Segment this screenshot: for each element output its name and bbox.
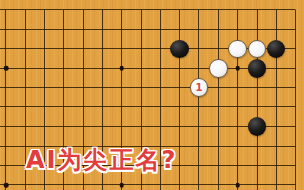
board-intersection <box>16 39 35 58</box>
board-intersection <box>0 136 16 155</box>
board-intersection <box>247 0 266 19</box>
board-intersection <box>286 39 304 58</box>
board-intersection <box>247 97 266 116</box>
board-intersection <box>286 136 304 155</box>
board-intersection <box>228 20 247 39</box>
board-intersection <box>286 117 304 136</box>
board-intersection <box>209 20 228 39</box>
board-intersection <box>0 156 16 175</box>
board-intersection <box>93 20 112 39</box>
board-intersection <box>267 78 286 97</box>
board-intersection <box>35 78 54 97</box>
board-intersection <box>189 97 208 116</box>
caption-banner: AI为尖正名? <box>26 144 177 176</box>
board-intersection <box>93 0 112 19</box>
board-intersection <box>74 175 93 190</box>
board-intersection <box>112 39 131 58</box>
board-intersection <box>112 97 131 116</box>
board-intersection <box>209 136 228 155</box>
board-intersection <box>54 20 73 39</box>
board-intersection <box>228 136 247 155</box>
board-intersection <box>267 117 286 136</box>
board-intersection <box>131 97 150 116</box>
board-intersection <box>0 117 16 136</box>
board-intersection <box>151 39 170 58</box>
board-intersection <box>189 20 208 39</box>
board-intersection <box>170 20 189 39</box>
board-intersection <box>74 39 93 58</box>
board-intersection <box>16 175 35 190</box>
board-intersection <box>189 59 208 78</box>
board-intersection <box>112 117 131 136</box>
board-intersection <box>35 175 54 190</box>
board-intersection <box>209 156 228 175</box>
white-stone <box>209 59 228 78</box>
board-intersection <box>74 97 93 116</box>
board-intersection <box>170 39 189 58</box>
board-intersection <box>0 175 16 190</box>
board-intersection <box>131 39 150 58</box>
board-intersection <box>247 136 266 155</box>
board-intersection <box>0 20 16 39</box>
board-intersection <box>189 117 208 136</box>
board-intersection <box>93 117 112 136</box>
board-intersection <box>112 0 131 19</box>
board-intersection: 1 <box>189 78 208 97</box>
board-intersection <box>228 78 247 97</box>
board-intersection <box>228 117 247 136</box>
board-intersection <box>189 175 208 190</box>
board-intersection <box>209 59 228 78</box>
board-intersection <box>286 59 304 78</box>
board-intersection <box>93 39 112 58</box>
board-intersection <box>131 20 150 39</box>
board-intersection <box>247 78 266 97</box>
board-intersection <box>228 156 247 175</box>
board-intersection <box>151 59 170 78</box>
black-stone <box>170 40 189 59</box>
board-intersection <box>151 0 170 19</box>
board-intersection <box>151 175 170 190</box>
board-intersection <box>112 20 131 39</box>
board-intersection <box>16 0 35 19</box>
board-intersection <box>286 175 304 190</box>
board-intersection <box>209 97 228 116</box>
board-intersection <box>151 78 170 97</box>
board-intersection <box>16 117 35 136</box>
board-intersection <box>209 78 228 97</box>
board-intersection <box>267 97 286 116</box>
board-intersection <box>131 175 150 190</box>
board-intersection <box>0 39 16 58</box>
board-intersection <box>228 59 247 78</box>
board-intersection <box>35 0 54 19</box>
board-intersection <box>247 117 266 136</box>
board-intersection <box>0 78 16 97</box>
board-intersection <box>170 97 189 116</box>
white-stone <box>248 40 267 59</box>
board-intersection <box>247 20 266 39</box>
board-intersection <box>151 117 170 136</box>
board-intersection <box>151 20 170 39</box>
board-intersection <box>112 78 131 97</box>
board-intersection <box>131 78 150 97</box>
board-intersection <box>267 175 286 190</box>
board-intersection <box>16 20 35 39</box>
board-intersection <box>267 39 286 58</box>
board-intersection <box>93 59 112 78</box>
board-intersection <box>74 20 93 39</box>
board-intersection <box>170 0 189 19</box>
board-intersection <box>170 117 189 136</box>
board-intersection <box>54 59 73 78</box>
board-intersection <box>267 20 286 39</box>
board-intersection <box>228 39 247 58</box>
board-intersection <box>247 59 266 78</box>
board-intersection <box>0 59 16 78</box>
board-intersection <box>35 97 54 116</box>
board-intersection <box>35 20 54 39</box>
board-intersection <box>189 156 208 175</box>
board-intersection <box>131 59 150 78</box>
board-intersection <box>286 0 304 19</box>
board-intersection <box>74 59 93 78</box>
board-intersection <box>247 175 266 190</box>
board-intersection <box>228 97 247 116</box>
board-intersection <box>286 97 304 116</box>
board-intersection <box>209 0 228 19</box>
board-intersection <box>93 175 112 190</box>
board-intersection <box>170 78 189 97</box>
board-intersection <box>54 78 73 97</box>
board-intersection <box>228 0 247 19</box>
board-intersection <box>35 117 54 136</box>
board-intersection <box>267 0 286 19</box>
black-stone <box>267 40 286 59</box>
white-stone: 1 <box>190 78 209 97</box>
go-diagram-frame: 1 AI为尖正名? <box>0 0 304 190</box>
board-intersection <box>209 117 228 136</box>
board-intersection <box>16 97 35 116</box>
board-intersection <box>74 78 93 97</box>
board-intersection <box>131 117 150 136</box>
board-intersection <box>35 59 54 78</box>
board-intersection <box>0 97 16 116</box>
board-intersection <box>286 156 304 175</box>
board-intersection <box>189 39 208 58</box>
board-intersection <box>54 97 73 116</box>
board-intersection <box>16 59 35 78</box>
board-intersection <box>54 175 73 190</box>
black-stone <box>248 117 267 136</box>
board-intersection <box>74 117 93 136</box>
black-stone <box>248 59 267 78</box>
board-intersection <box>170 59 189 78</box>
board-intersection <box>286 78 304 97</box>
board-intersection <box>54 0 73 19</box>
board-intersection <box>267 59 286 78</box>
board-intersection <box>189 0 208 19</box>
board-intersection <box>16 78 35 97</box>
board-intersection <box>209 39 228 58</box>
board-intersection <box>151 97 170 116</box>
board-intersection <box>54 39 73 58</box>
board-intersection <box>93 97 112 116</box>
board-intersection <box>247 156 266 175</box>
board-intersection <box>209 175 228 190</box>
board-intersection <box>286 20 304 39</box>
move-number-label: 1 <box>195 83 202 93</box>
board-intersection <box>267 136 286 155</box>
board-intersection <box>247 39 266 58</box>
board-intersection <box>54 117 73 136</box>
board-intersection <box>35 39 54 58</box>
board-intersection <box>74 0 93 19</box>
board-intersection <box>112 175 131 190</box>
white-stone <box>228 40 247 59</box>
board-intersection <box>112 59 131 78</box>
board-intersection <box>170 175 189 190</box>
board-intersection <box>0 0 16 19</box>
board-intersection <box>93 78 112 97</box>
board-intersection <box>267 156 286 175</box>
board-intersection <box>189 136 208 155</box>
board-intersection <box>228 175 247 190</box>
board-intersection <box>131 0 150 19</box>
